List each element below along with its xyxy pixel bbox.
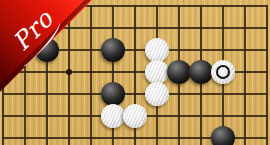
black-stone[interactable] <box>101 82 125 106</box>
grid-line <box>266 5 268 145</box>
white-stone[interactable] <box>145 38 169 62</box>
black-stone[interactable] <box>211 126 235 145</box>
white-stone[interactable] <box>101 104 125 128</box>
white-stone[interactable] <box>123 104 147 128</box>
grid-line <box>90 5 92 145</box>
white-stone[interactable] <box>145 60 169 84</box>
black-stone[interactable] <box>189 60 213 84</box>
white-stone[interactable] <box>145 82 169 106</box>
grid-line <box>244 5 246 145</box>
black-stone[interactable] <box>101 38 125 62</box>
grid-line <box>68 5 70 145</box>
white-stone[interactable] <box>211 60 235 84</box>
go-board[interactable]: Pro <box>0 0 270 145</box>
black-stone[interactable] <box>167 60 191 84</box>
last-move-marker-icon <box>216 65 230 79</box>
star-point <box>66 69 72 75</box>
